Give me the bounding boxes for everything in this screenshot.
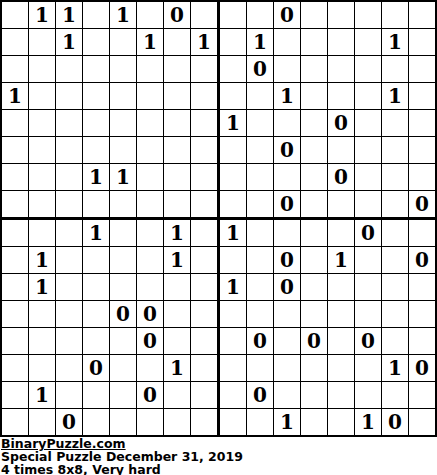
cell-r12c11-empty[interactable] (274, 301, 301, 328)
cell-r7c1-empty[interactable] (2, 164, 29, 191)
cell-r15c14-empty[interactable] (355, 382, 382, 409)
cell-r15c2-given-1: 1 (29, 382, 56, 409)
cell-r3c1-empty[interactable] (2, 56, 29, 83)
cell-r11c14-empty[interactable] (355, 274, 382, 301)
cell-r3c12-empty[interactable] (301, 56, 328, 83)
cell-r6c3-empty[interactable] (56, 137, 83, 164)
cell-r12c3-empty[interactable] (56, 301, 83, 328)
cell-r14c15-given-1: 1 (382, 355, 409, 382)
cell-r12c10-empty[interactable] (247, 301, 274, 328)
board-row-13: 0000 (2, 328, 435, 355)
cell-r4c4-empty[interactable] (83, 83, 110, 110)
cell-r8c14-empty[interactable] (355, 191, 382, 220)
cell-r16c4-empty[interactable] (83, 409, 110, 435)
cell-r1c1-empty[interactable] (2, 2, 29, 29)
cell-r13c5-empty[interactable] (110, 328, 137, 355)
puzzle-difficulty: 4 times 8x8, Very hard (1, 464, 437, 475)
cell-r16c1-empty[interactable] (2, 409, 29, 435)
board-row-3: 0 (2, 56, 435, 83)
cell-r15c15-empty[interactable] (382, 382, 409, 409)
cell-r13c15-empty[interactable] (382, 328, 409, 355)
cell-r3c9-empty[interactable] (220, 56, 247, 83)
cell-r12c7-empty[interactable] (164, 301, 191, 328)
cell-r1c11-given-0: 0 (274, 2, 301, 29)
cell-r1c15-empty[interactable] (382, 2, 409, 29)
cell-r13c13-empty[interactable] (328, 328, 355, 355)
cell-r13c12-given-0: 0 (301, 328, 328, 355)
cell-r9c5-empty[interactable] (110, 220, 137, 247)
cell-r16c2-empty[interactable] (29, 409, 56, 435)
cell-r5c9-given-1: 1 (220, 110, 247, 137)
cell-r2c16-empty[interactable] (409, 29, 435, 56)
cell-r4c7-empty[interactable] (164, 83, 191, 110)
cell-r5c13-given-0: 0 (328, 110, 355, 137)
cell-r8c6-empty[interactable] (137, 191, 164, 220)
board-row-10: 11010 (2, 247, 435, 274)
cell-r6c16-empty[interactable] (409, 137, 435, 164)
cell-r8c15-empty[interactable] (382, 191, 409, 220)
cell-r2c2-empty[interactable] (29, 29, 56, 56)
cell-r14c6-empty[interactable] (137, 355, 164, 382)
cell-r7c9-empty[interactable] (220, 164, 247, 191)
cell-r1c9-empty[interactable] (220, 2, 247, 29)
cell-r7c12-empty[interactable] (301, 164, 328, 191)
cell-r1c12-empty[interactable] (301, 2, 328, 29)
cell-r11c4-empty[interactable] (83, 274, 110, 301)
cell-r9c10-empty[interactable] (247, 220, 274, 247)
cell-r5c3-empty[interactable] (56, 110, 83, 137)
cell-r16c9-empty[interactable] (220, 409, 247, 435)
cell-r15c6-given-0: 0 (137, 382, 164, 409)
cell-r7c13-given-0: 0 (328, 164, 355, 191)
cell-r4c9-empty[interactable] (220, 83, 247, 110)
cell-r1c10-empty[interactable] (247, 2, 274, 29)
cell-r12c5-given-0: 0 (110, 301, 137, 328)
cell-r7c6-empty[interactable] (137, 164, 164, 191)
cell-r10c15-empty[interactable] (382, 247, 409, 274)
cell-r9c13-empty[interactable] (328, 220, 355, 247)
cell-r14c2-empty[interactable] (29, 355, 56, 382)
cell-r14c5-empty[interactable] (110, 355, 137, 382)
cell-r11c5-empty[interactable] (110, 274, 137, 301)
cell-r9c6-empty[interactable] (137, 220, 164, 247)
cell-r8c10-empty[interactable] (247, 191, 274, 220)
cell-r16c13-empty[interactable] (328, 409, 355, 435)
cell-r11c3-empty[interactable] (56, 274, 83, 301)
board-row-7: 110 (2, 164, 435, 191)
cell-r5c15-empty[interactable] (382, 110, 409, 137)
cell-r4c14-empty[interactable] (355, 83, 382, 110)
cell-r12c12-empty[interactable] (301, 301, 328, 328)
cell-r3c4-empty[interactable] (83, 56, 110, 83)
cell-r8c1-empty[interactable] (2, 191, 29, 220)
cell-r11c15-empty[interactable] (382, 274, 409, 301)
cell-r8c3-empty[interactable] (56, 191, 83, 220)
cell-r2c9-empty[interactable] (220, 29, 247, 56)
cell-r7c3-empty[interactable] (56, 164, 83, 191)
cell-r6c4-empty[interactable] (83, 137, 110, 164)
board-row-6: 0 (2, 137, 435, 164)
cell-r10c11-given-0: 0 (274, 247, 301, 274)
cell-r6c12-empty[interactable] (301, 137, 328, 164)
cell-r16c7-empty[interactable] (164, 409, 191, 435)
cell-r10c7-given-1: 1 (164, 247, 191, 274)
cell-r2c15-given-1: 1 (382, 29, 409, 56)
cell-r6c8-empty[interactable] (191, 137, 220, 164)
cell-r10c4-empty[interactable] (83, 247, 110, 274)
cell-r15c12-empty[interactable] (301, 382, 328, 409)
cell-r1c13-empty[interactable] (328, 2, 355, 29)
cell-r15c16-empty[interactable] (409, 382, 435, 409)
cell-r2c6-given-1: 1 (137, 29, 164, 56)
cell-r14c16-given-0: 0 (409, 355, 435, 382)
cell-r5c14-empty[interactable] (355, 110, 382, 137)
cell-r3c7-empty[interactable] (164, 56, 191, 83)
cell-r12c14-empty[interactable] (355, 301, 382, 328)
cell-r6c14-empty[interactable] (355, 137, 382, 164)
cell-r14c9-empty[interactable] (220, 355, 247, 382)
cell-r2c11-empty[interactable] (274, 29, 301, 56)
cell-r10c1-empty[interactable] (2, 247, 29, 274)
cell-r6c10-empty[interactable] (247, 137, 274, 164)
cell-r15c5-empty[interactable] (110, 382, 137, 409)
board-row-4: 111 (2, 83, 435, 110)
puzzle-page: 1110011111011110011000111011010110000000… (0, 0, 437, 475)
cell-r11c8-empty[interactable] (191, 274, 220, 301)
cell-r16c8-empty[interactable] (191, 409, 220, 435)
cell-r3c2-empty[interactable] (29, 56, 56, 83)
cell-r8c7-empty[interactable] (164, 191, 191, 220)
cell-r7c5-given-1: 1 (110, 164, 137, 191)
cell-r12c8-empty[interactable] (191, 301, 220, 328)
cell-r4c2-empty[interactable] (29, 83, 56, 110)
cell-r1c4-empty[interactable] (83, 2, 110, 29)
cell-r7c8-empty[interactable] (191, 164, 220, 191)
board-row-2: 11111 (2, 29, 435, 56)
cell-r14c1-empty[interactable] (2, 355, 29, 382)
cell-r13c11-empty[interactable] (274, 328, 301, 355)
cell-r11c7-empty[interactable] (164, 274, 191, 301)
cell-r7c15-empty[interactable] (382, 164, 409, 191)
cell-r9c4-given-1: 1 (83, 220, 110, 247)
cell-r6c6-empty[interactable] (137, 137, 164, 164)
cell-r3c16-empty[interactable] (409, 56, 435, 83)
cell-r9c1-empty[interactable] (2, 220, 29, 247)
cell-r3c14-empty[interactable] (355, 56, 382, 83)
cell-r16c6-empty[interactable] (137, 409, 164, 435)
cell-r15c13-empty[interactable] (328, 382, 355, 409)
cell-r10c16-given-0: 0 (409, 247, 435, 274)
cell-r9c11-empty[interactable] (274, 220, 301, 247)
cell-r4c10-empty[interactable] (247, 83, 274, 110)
cell-r5c2-empty[interactable] (29, 110, 56, 137)
cell-r4c5-empty[interactable] (110, 83, 137, 110)
cell-r15c3-empty[interactable] (56, 382, 83, 409)
cell-r11c13-empty[interactable] (328, 274, 355, 301)
cell-r5c10-empty[interactable] (247, 110, 274, 137)
cell-r2c5-empty[interactable] (110, 29, 137, 56)
cell-r8c16-given-0: 0 (409, 191, 435, 220)
footer: BinaryPuzzle.com Special Puzzle December… (0, 437, 437, 475)
cell-r14c12-empty[interactable] (301, 355, 328, 382)
cell-r9c8-empty[interactable] (191, 220, 220, 247)
cell-r14c7-given-1: 1 (164, 355, 191, 382)
cell-r9c15-empty[interactable] (382, 220, 409, 247)
binary-puzzle-board: 1110011111011110011000111011010110000000… (0, 0, 437, 437)
cell-r2c3-given-1: 1 (56, 29, 83, 56)
cell-r15c4-empty[interactable] (83, 382, 110, 409)
cell-r3c13-empty[interactable] (328, 56, 355, 83)
cell-r4c3-empty[interactable] (56, 83, 83, 110)
cell-r5c8-empty[interactable] (191, 110, 220, 137)
cell-r11c10-empty[interactable] (247, 274, 274, 301)
cell-r11c12-empty[interactable] (301, 274, 328, 301)
cell-r14c11-empty[interactable] (274, 355, 301, 382)
cell-r8c9-empty[interactable] (220, 191, 247, 220)
board-row-8: 00 (2, 191, 435, 220)
cell-r13c2-empty[interactable] (29, 328, 56, 355)
cell-r13c3-empty[interactable] (56, 328, 83, 355)
cell-r8c11-given-0: 0 (274, 191, 301, 220)
cell-r13c8-empty[interactable] (191, 328, 220, 355)
cell-r3c5-empty[interactable] (110, 56, 137, 83)
cell-r10c9-empty[interactable] (220, 247, 247, 274)
cell-r4c15-given-1: 1 (382, 83, 409, 110)
cell-r10c2-given-1: 1 (29, 247, 56, 274)
cell-r5c6-empty[interactable] (137, 110, 164, 137)
cell-r14c8-empty[interactable] (191, 355, 220, 382)
cell-r9c16-empty[interactable] (409, 220, 435, 247)
cell-r4c13-empty[interactable] (328, 83, 355, 110)
cell-r3c3-empty[interactable] (56, 56, 83, 83)
cell-r10c12-empty[interactable] (301, 247, 328, 274)
cell-r8c2-empty[interactable] (29, 191, 56, 220)
cell-r1c3-given-1: 1 (56, 2, 83, 29)
cell-r5c16-empty[interactable] (409, 110, 435, 137)
cell-r13c14-given-0: 0 (355, 328, 382, 355)
cell-r3c6-empty[interactable] (137, 56, 164, 83)
cell-r2c7-empty[interactable] (164, 29, 191, 56)
cell-r16c15-given-0: 0 (382, 409, 409, 435)
cell-r6c1-empty[interactable] (2, 137, 29, 164)
cell-r5c12-empty[interactable] (301, 110, 328, 137)
cell-r2c8-given-1: 1 (191, 29, 220, 56)
cell-r1c8-empty[interactable] (191, 2, 220, 29)
board-row-12: 00 (2, 301, 435, 328)
board-row-9: 1110 (2, 220, 435, 247)
cell-r2c14-empty[interactable] (355, 29, 382, 56)
cell-r12c13-empty[interactable] (328, 301, 355, 328)
cell-r6c9-empty[interactable] (220, 137, 247, 164)
cell-r1c7-given-0: 0 (164, 2, 191, 29)
cell-r9c7-given-1: 1 (164, 220, 191, 247)
cell-r1c16-empty[interactable] (409, 2, 435, 29)
cell-r12c6-given-0: 0 (137, 301, 164, 328)
cell-r10c13-given-1: 1 (328, 247, 355, 274)
cell-r9c9-given-1: 1 (220, 220, 247, 247)
cell-r12c4-empty[interactable] (83, 301, 110, 328)
cell-r2c10-given-1: 1 (247, 29, 274, 56)
cell-r11c9-given-1: 1 (220, 274, 247, 301)
cell-r3c10-given-0: 0 (247, 56, 274, 83)
cell-r4c11-given-1: 1 (274, 83, 301, 110)
cell-r16c3-given-0: 0 (56, 409, 83, 435)
cell-r8c12-empty[interactable] (301, 191, 328, 220)
cell-r6c7-empty[interactable] (164, 137, 191, 164)
cell-r7c14-empty[interactable] (355, 164, 382, 191)
cell-r11c6-empty[interactable] (137, 274, 164, 301)
cell-r1c6-empty[interactable] (137, 2, 164, 29)
board-row-15: 100 (2, 382, 435, 409)
cell-r10c10-empty[interactable] (247, 247, 274, 274)
cell-r12c1-empty[interactable] (2, 301, 29, 328)
board-row-14: 0110 (2, 355, 435, 382)
cell-r14c3-empty[interactable] (56, 355, 83, 382)
cell-r4c6-empty[interactable] (137, 83, 164, 110)
cell-r1c14-empty[interactable] (355, 2, 382, 29)
cell-r16c16-empty[interactable] (409, 409, 435, 435)
cell-r11c16-empty[interactable] (409, 274, 435, 301)
cell-r7c7-empty[interactable] (164, 164, 191, 191)
cell-r8c13-empty[interactable] (328, 191, 355, 220)
cell-r9c2-empty[interactable] (29, 220, 56, 247)
cell-r11c2-given-1: 1 (29, 274, 56, 301)
cell-r10c8-empty[interactable] (191, 247, 220, 274)
board-row-11: 110 (2, 274, 435, 301)
cell-r14c13-empty[interactable] (328, 355, 355, 382)
cell-r13c9-empty[interactable] (220, 328, 247, 355)
cell-r14c14-empty[interactable] (355, 355, 382, 382)
cell-r8c8-empty[interactable] (191, 191, 220, 220)
cell-r4c16-empty[interactable] (409, 83, 435, 110)
cell-r7c2-empty[interactable] (29, 164, 56, 191)
cell-r4c1-given-1: 1 (2, 83, 29, 110)
cell-r11c1-empty[interactable] (2, 274, 29, 301)
cell-r13c7-empty[interactable] (164, 328, 191, 355)
cell-r10c6-empty[interactable] (137, 247, 164, 274)
cell-r10c14-empty[interactable] (355, 247, 382, 274)
cell-r2c13-empty[interactable] (328, 29, 355, 56)
cell-r5c11-empty[interactable] (274, 110, 301, 137)
cell-r10c5-empty[interactable] (110, 247, 137, 274)
cell-r13c16-empty[interactable] (409, 328, 435, 355)
cell-r7c11-empty[interactable] (274, 164, 301, 191)
cell-r5c1-empty[interactable] (2, 110, 29, 137)
cell-r12c9-empty[interactable] (220, 301, 247, 328)
cell-r5c4-empty[interactable] (83, 110, 110, 137)
cell-r2c4-empty[interactable] (83, 29, 110, 56)
cell-r3c8-empty[interactable] (191, 56, 220, 83)
cell-r7c16-empty[interactable] (409, 164, 435, 191)
cell-r8c5-empty[interactable] (110, 191, 137, 220)
cell-r6c13-empty[interactable] (328, 137, 355, 164)
cell-r1c2-given-1: 1 (29, 2, 56, 29)
cell-r15c10-given-0: 0 (247, 382, 274, 409)
cell-r13c6-given-0: 0 (137, 328, 164, 355)
cell-r7c10-empty[interactable] (247, 164, 274, 191)
cell-r14c10-empty[interactable] (247, 355, 274, 382)
cell-r6c15-empty[interactable] (382, 137, 409, 164)
cell-r2c1-empty[interactable] (2, 29, 29, 56)
cell-r6c11-given-0: 0 (274, 137, 301, 164)
cell-r5c7-empty[interactable] (164, 110, 191, 137)
cell-r8c4-empty[interactable] (83, 191, 110, 220)
cell-r12c15-empty[interactable] (382, 301, 409, 328)
cell-r15c9-empty[interactable] (220, 382, 247, 409)
cell-r6c2-empty[interactable] (29, 137, 56, 164)
cell-r12c2-empty[interactable] (29, 301, 56, 328)
cell-r11c11-given-0: 0 (274, 274, 301, 301)
cell-r13c10-given-0: 0 (247, 328, 274, 355)
cell-r15c1-empty[interactable] (2, 382, 29, 409)
cell-r16c14-given-1: 1 (355, 409, 382, 435)
cell-r6c5-empty[interactable] (110, 137, 137, 164)
cell-r3c15-empty[interactable] (382, 56, 409, 83)
cell-r5c5-empty[interactable] (110, 110, 137, 137)
board-row-5: 10 (2, 110, 435, 137)
cell-r9c12-empty[interactable] (301, 220, 328, 247)
cell-r15c7-empty[interactable] (164, 382, 191, 409)
cell-r4c8-empty[interactable] (191, 83, 220, 110)
cell-r2c12-empty[interactable] (301, 29, 328, 56)
cell-r13c4-empty[interactable] (83, 328, 110, 355)
cell-r3c11-empty[interactable] (274, 56, 301, 83)
cell-r16c10-empty[interactable] (247, 409, 274, 435)
cell-r4c12-empty[interactable] (301, 83, 328, 110)
cell-r1c5-given-1: 1 (110, 2, 137, 29)
board-row-16: 0110 (2, 409, 435, 435)
cell-r16c5-empty[interactable] (110, 409, 137, 435)
cell-r12c16-empty[interactable] (409, 301, 435, 328)
cell-r9c14-given-0: 0 (355, 220, 382, 247)
cell-r14c4-given-0: 0 (83, 355, 110, 382)
cell-r9c3-empty[interactable] (56, 220, 83, 247)
cell-r16c11-given-1: 1 (274, 409, 301, 435)
board-row-1: 11100 (2, 2, 435, 29)
cell-r16c12-empty[interactable] (301, 409, 328, 435)
cell-r15c8-empty[interactable] (191, 382, 220, 409)
cell-r7c4-given-1: 1 (83, 164, 110, 191)
cell-r13c1-empty[interactable] (2, 328, 29, 355)
cell-r15c11-empty[interactable] (274, 382, 301, 409)
cell-r10c3-empty[interactable] (56, 247, 83, 274)
